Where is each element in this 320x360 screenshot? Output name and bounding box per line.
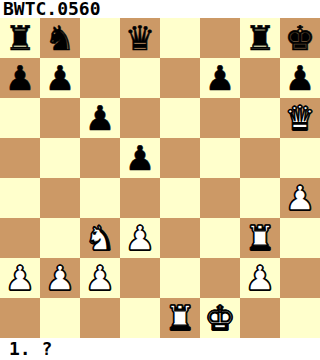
square-d5[interactable]: ♟ — [120, 138, 160, 178]
black-pawn: ♟ — [205, 58, 235, 98]
white-pawn: ♟ — [125, 218, 155, 258]
chess-puzzle-window: BWTC.0560 ♜♞♛♜♚♟♟♟♟♟♛♟♟♞♟♜♟♟♟♟♜♚ 1. ? — [0, 0, 320, 360]
square-f7[interactable]: ♟ — [200, 58, 240, 98]
square-b8[interactable]: ♞ — [40, 18, 80, 58]
square-e3[interactable] — [160, 218, 200, 258]
square-h8[interactable]: ♚ — [280, 18, 320, 58]
square-b6[interactable] — [40, 98, 80, 138]
title-bar: BWTC.0560 — [0, 0, 320, 18]
square-e7[interactable] — [160, 58, 200, 98]
black-rook: ♜ — [5, 18, 35, 58]
square-c6[interactable]: ♟ — [80, 98, 120, 138]
black-pawn: ♟ — [85, 98, 115, 138]
square-b1[interactable] — [40, 298, 80, 338]
square-g5[interactable] — [240, 138, 280, 178]
square-c2[interactable]: ♟ — [80, 258, 120, 298]
black-pawn: ♟ — [45, 58, 75, 98]
square-a4[interactable] — [0, 178, 40, 218]
square-b3[interactable] — [40, 218, 80, 258]
square-a8[interactable]: ♜ — [0, 18, 40, 58]
white-queen: ♛ — [285, 98, 315, 138]
square-h7[interactable]: ♟ — [280, 58, 320, 98]
square-g3[interactable]: ♜ — [240, 218, 280, 258]
move-prompt: 1. ? — [0, 339, 52, 359]
square-g4[interactable] — [240, 178, 280, 218]
square-g7[interactable] — [240, 58, 280, 98]
square-h3[interactable] — [280, 218, 320, 258]
square-h6[interactable]: ♛ — [280, 98, 320, 138]
square-d7[interactable] — [120, 58, 160, 98]
square-c3[interactable]: ♞ — [80, 218, 120, 258]
square-c7[interactable] — [80, 58, 120, 98]
square-b7[interactable]: ♟ — [40, 58, 80, 98]
square-c4[interactable] — [80, 178, 120, 218]
square-a1[interactable] — [0, 298, 40, 338]
square-e6[interactable] — [160, 98, 200, 138]
white-pawn: ♟ — [285, 178, 315, 218]
square-g2[interactable]: ♟ — [240, 258, 280, 298]
footer-bar: 1. ? — [0, 338, 320, 360]
square-f8[interactable] — [200, 18, 240, 58]
square-f1[interactable]: ♚ — [200, 298, 240, 338]
square-h1[interactable] — [280, 298, 320, 338]
black-king: ♚ — [285, 18, 315, 58]
square-a2[interactable]: ♟ — [0, 258, 40, 298]
white-pawn: ♟ — [45, 258, 75, 298]
square-b5[interactable] — [40, 138, 80, 178]
square-b4[interactable] — [40, 178, 80, 218]
square-a6[interactable] — [0, 98, 40, 138]
square-h4[interactable]: ♟ — [280, 178, 320, 218]
black-queen: ♛ — [125, 18, 155, 58]
square-e8[interactable] — [160, 18, 200, 58]
square-d4[interactable] — [120, 178, 160, 218]
black-pawn: ♟ — [125, 138, 155, 178]
square-f6[interactable] — [200, 98, 240, 138]
square-b2[interactable]: ♟ — [40, 258, 80, 298]
square-e2[interactable] — [160, 258, 200, 298]
square-g6[interactable] — [240, 98, 280, 138]
square-d6[interactable] — [120, 98, 160, 138]
square-c5[interactable] — [80, 138, 120, 178]
white-rook: ♜ — [245, 218, 275, 258]
square-d3[interactable]: ♟ — [120, 218, 160, 258]
square-a3[interactable] — [0, 218, 40, 258]
chess-board: ♜♞♛♜♚♟♟♟♟♟♛♟♟♞♟♜♟♟♟♟♜♚ — [0, 18, 320, 338]
square-d1[interactable] — [120, 298, 160, 338]
black-knight: ♞ — [45, 18, 75, 58]
square-h5[interactable] — [280, 138, 320, 178]
black-pawn: ♟ — [285, 58, 315, 98]
square-g8[interactable]: ♜ — [240, 18, 280, 58]
black-pawn: ♟ — [5, 58, 35, 98]
white-pawn: ♟ — [85, 258, 115, 298]
square-e4[interactable] — [160, 178, 200, 218]
white-pawn: ♟ — [5, 258, 35, 298]
square-d8[interactable]: ♛ — [120, 18, 160, 58]
puzzle-id-title: BWTC.0560 — [0, 0, 101, 18]
square-a5[interactable] — [0, 138, 40, 178]
square-g1[interactable] — [240, 298, 280, 338]
square-f2[interactable] — [200, 258, 240, 298]
square-f5[interactable] — [200, 138, 240, 178]
square-h2[interactable] — [280, 258, 320, 298]
white-pawn: ♟ — [245, 258, 275, 298]
square-f3[interactable] — [200, 218, 240, 258]
square-a7[interactable]: ♟ — [0, 58, 40, 98]
square-d2[interactable] — [120, 258, 160, 298]
square-e1[interactable]: ♜ — [160, 298, 200, 338]
square-e5[interactable] — [160, 138, 200, 178]
square-c1[interactable] — [80, 298, 120, 338]
square-c8[interactable] — [80, 18, 120, 58]
black-rook: ♜ — [245, 18, 275, 58]
square-f4[interactable] — [200, 178, 240, 218]
white-knight: ♞ — [85, 218, 115, 258]
white-rook: ♜ — [165, 298, 195, 338]
white-king: ♚ — [205, 298, 235, 338]
